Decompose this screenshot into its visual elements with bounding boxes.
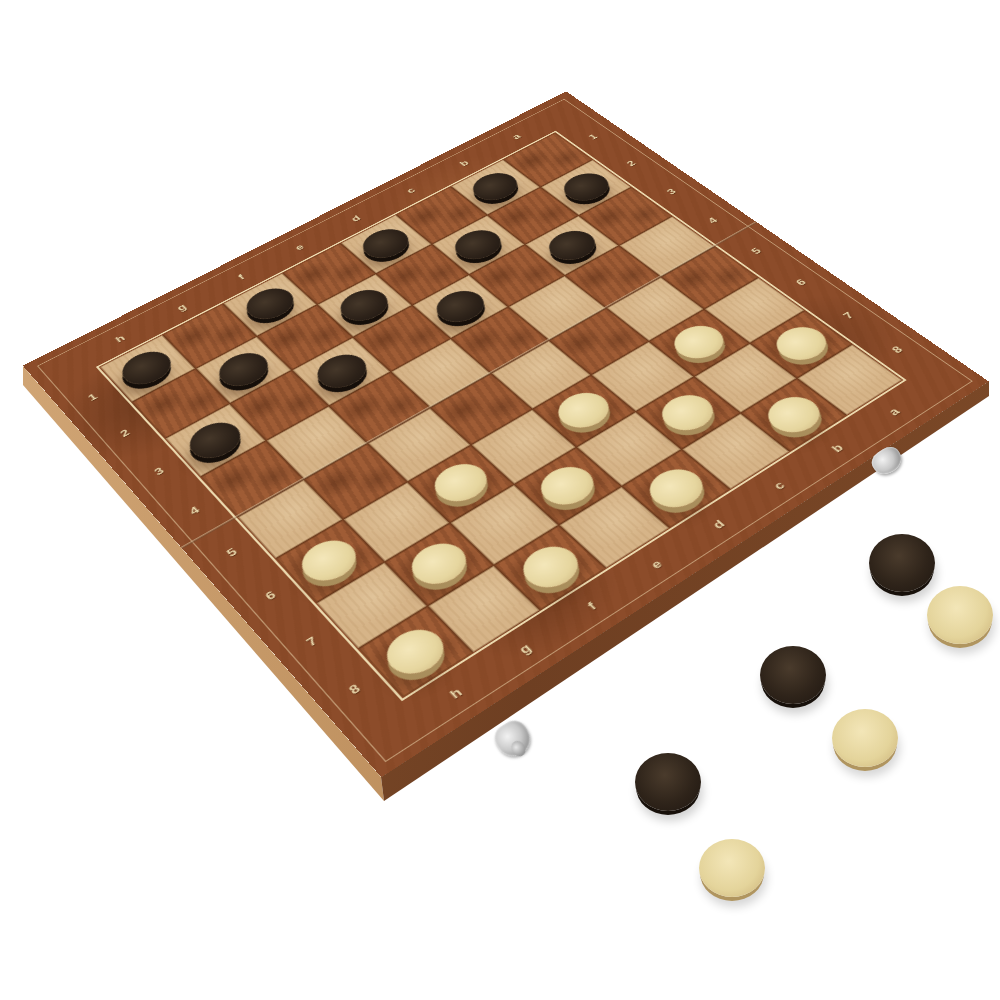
rank-label-right-6: 6 [793,277,809,288]
rank-label-right-3: 3 [663,187,678,196]
rank-label-left-6: 6 [262,588,278,602]
rank-label-right-5: 5 [748,246,763,256]
product-photo-stage: 1122334455667788hhggffeeddccbbaa [0,0,1000,1000]
file-label-top-b: b [457,158,471,167]
file-label-bottom-b: b [828,441,846,454]
file-label-bottom-f: f [584,599,599,612]
rank-label-left-1: 1 [85,391,99,402]
rank-label-left-2: 2 [117,427,131,439]
loose-light-checker-6[interactable] [699,839,765,897]
file-label-bottom-d: d [709,517,727,531]
loose-light-checker-2[interactable] [927,586,993,644]
rank-label-left-5: 5 [223,545,239,559]
file-label-bottom-e: e [647,557,665,571]
file-label-bottom-h: h [446,685,465,701]
rank-label-left-4: 4 [186,504,201,517]
light-checker-b8[interactable] [758,390,830,440]
loose-dark-checker-1[interactable] [869,534,935,592]
file-label-bottom-a: a [885,405,902,417]
rank-label-left-8: 8 [345,681,362,697]
rank-label-right-8: 8 [888,344,905,355]
file-label-top-e: e [292,242,306,252]
rank-label-right-2: 2 [624,159,638,168]
file-label-bottom-g: g [515,641,534,657]
board-grid [100,133,902,697]
file-label-bottom-c: c [770,479,788,492]
file-label-top-g: g [174,302,188,313]
checkers-board: 1122334455667788hhggffeeddccbbaa [100,133,902,697]
rank-label-right-7: 7 [839,310,855,321]
file-label-top-d: d [348,213,362,223]
rank-label-left-7: 7 [303,634,320,649]
loose-dark-checker-5[interactable] [635,753,701,811]
loose-light-checker-4[interactable] [832,709,898,767]
rank-label-right-4: 4 [705,215,720,225]
rank-label-left-3: 3 [151,465,166,477]
file-label-top-a: a [509,132,523,141]
rank-label-right-1: 1 [586,132,600,141]
file-label-top-h: h [113,333,127,344]
file-label-top-c: c [404,186,418,195]
file-label-top-f: f [235,272,246,281]
loose-dark-checker-3[interactable] [760,646,826,704]
